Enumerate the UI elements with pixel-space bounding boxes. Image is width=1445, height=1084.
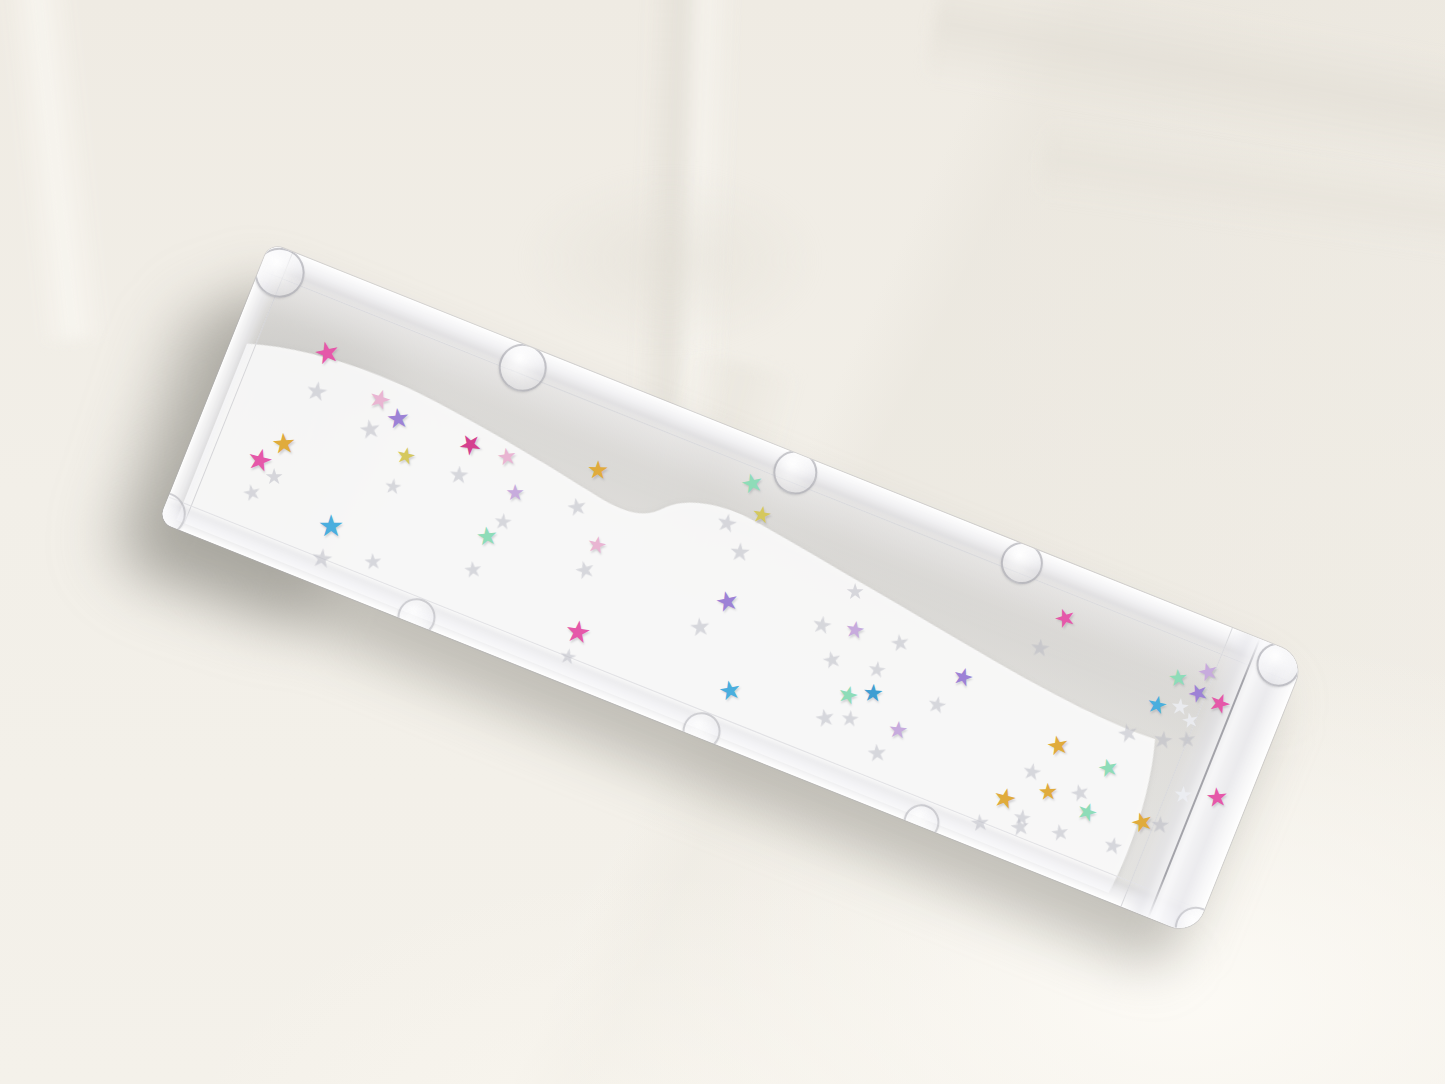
confetti-star-magenta2: ★ (453, 426, 487, 461)
confetti-star-gray: ★ (572, 556, 599, 584)
confetti-star-white: ★ (1179, 709, 1200, 732)
confetti-star-gold: ★ (586, 457, 609, 483)
confetti-star-gray: ★ (688, 613, 713, 640)
confetti-star-gray: ★ (1149, 813, 1171, 837)
confetti-star-gray: ★ (462, 558, 484, 582)
confetti-star-khaki: ★ (394, 443, 419, 470)
confetti-star-blue: ★ (318, 511, 345, 541)
confetti-star-purple: ★ (949, 662, 976, 691)
confetti-star-gray: ★ (1011, 806, 1034, 831)
confetti-star-gold: ★ (1044, 730, 1071, 760)
confetti-star-gray: ★ (728, 539, 752, 566)
confetti-star-khaki: ★ (750, 502, 774, 528)
confetti-star-gray: ★ (713, 508, 740, 537)
confetti-star-gray: ★ (845, 581, 865, 603)
confetti-star-gray: ★ (309, 544, 336, 573)
confetti-star-gray: ★ (969, 811, 991, 835)
confetti-star-gray: ★ (839, 707, 861, 731)
confetti-star-lavender: ★ (505, 482, 525, 504)
confetti-star-gray: ★ (240, 480, 264, 506)
confetti-star-lavender: ★ (887, 717, 910, 742)
confetti-star-gray: ★ (925, 692, 950, 719)
confetti-star-gray: ★ (1114, 718, 1141, 747)
confetti-star-teal: ★ (861, 680, 884, 705)
confetti-star-gray: ★ (865, 740, 888, 765)
confetti-star-gray: ★ (888, 630, 912, 656)
confetti-star-blue: ★ (1144, 691, 1170, 719)
confetti-star-gray: ★ (357, 415, 384, 444)
confetti-star-gray: ★ (447, 462, 470, 487)
confetti-star-blue: ★ (716, 675, 743, 705)
confetti-star-gray: ★ (1049, 821, 1072, 846)
confetti-star-gray: ★ (1101, 833, 1126, 860)
confetti-star-gray: ★ (564, 493, 589, 520)
confetti-star-gray: ★ (557, 645, 579, 669)
confetti-star-magenta: ★ (1204, 783, 1229, 811)
confetti-star-gray: ★ (303, 376, 330, 406)
confetti-star-gray: ★ (382, 475, 404, 498)
photo-canvas: { "scene": { "subject": "Clear acrylic s… (0, 0, 1445, 1084)
confetti-star-gray: ★ (1067, 779, 1093, 806)
confetti-star-gray: ★ (362, 550, 383, 573)
confetti-star-mint: ★ (738, 468, 766, 498)
confetti-star-mint: ★ (1095, 754, 1121, 782)
confetti-star-gray: ★ (492, 510, 514, 534)
confetti-star-magenta: ★ (1050, 603, 1079, 634)
confetti-star-purple: ★ (385, 403, 412, 432)
confetti-star-gray: ★ (1020, 759, 1044, 785)
confetti-star-gold: ★ (1037, 780, 1058, 804)
confetti-star-gray: ★ (1151, 727, 1176, 754)
confetti-star-mint: ★ (1167, 666, 1189, 690)
confetti-star-gray: ★ (809, 611, 834, 638)
confetti-star-gray: ★ (812, 704, 837, 731)
confetti-star-lavender: ★ (843, 617, 867, 643)
confetti-star-gray: ★ (820, 647, 845, 674)
confetti-star-pink: ★ (495, 444, 519, 470)
confetti-star-gray: ★ (866, 658, 889, 683)
confetti-star-gray: ★ (264, 466, 284, 488)
confetti-star-gold: ★ (270, 429, 297, 459)
confetti-star-purple: ★ (712, 585, 741, 616)
confetti-star-magenta: ★ (311, 336, 344, 371)
confetti-star-gray: ★ (1028, 635, 1052, 661)
confetti-layer: ★★★★★★★★★★★★★★★★★★★★★★★★★★★★★★★★★★★★★★★★… (0, 0, 1445, 1084)
confetti-star-white: ★ (1172, 783, 1193, 806)
